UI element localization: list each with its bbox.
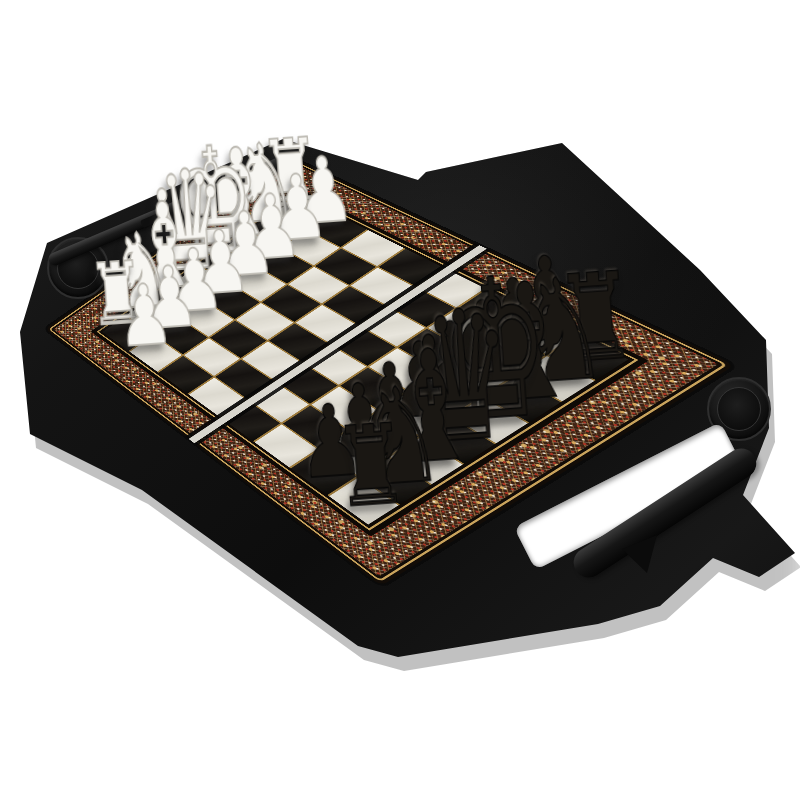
game-title: Chess (0, 0, 1, 1)
product-photo-scene: Chess ♜♟♞♟♝♚♟♛♟♝♟♞♟♜♟♟♟♟♜♟♞♟♝♟♚♟♛♟♝♟♞♜ (0, 0, 800, 800)
